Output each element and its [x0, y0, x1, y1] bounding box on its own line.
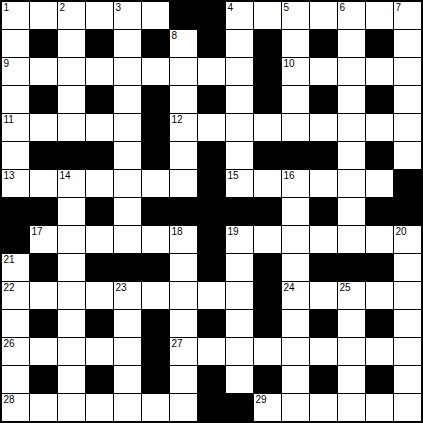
- answer-cell[interactable]: [58, 30, 85, 57]
- answer-cell[interactable]: 9: [2, 58, 29, 85]
- answer-cell[interactable]: [114, 338, 141, 365]
- answer-cell[interactable]: [282, 310, 309, 337]
- answer-cell[interactable]: 20: [394, 226, 421, 253]
- answer-cell[interactable]: [254, 2, 281, 29]
- block-cell: [198, 30, 225, 57]
- answer-cell[interactable]: [2, 310, 29, 337]
- answer-cell[interactable]: [86, 170, 113, 197]
- answer-cell[interactable]: [58, 282, 85, 309]
- answer-cell[interactable]: [58, 114, 85, 141]
- clue-number: 25: [340, 282, 351, 293]
- answer-cell[interactable]: [86, 338, 113, 365]
- answer-cell[interactable]: [58, 226, 85, 253]
- answer-cell[interactable]: [58, 338, 85, 365]
- answer-cell[interactable]: [170, 170, 197, 197]
- clue-number: 17: [32, 226, 43, 237]
- block-cell: [366, 30, 393, 57]
- block-cell: [198, 170, 225, 197]
- answer-cell[interactable]: 13: [2, 170, 29, 197]
- clue-number: 23: [116, 282, 127, 293]
- answer-cell[interactable]: [338, 366, 365, 393]
- block-cell: [142, 142, 169, 169]
- block-cell: [198, 254, 225, 281]
- answer-cell[interactable]: [170, 254, 197, 281]
- answer-cell[interactable]: [170, 86, 197, 113]
- clue-number: 21: [4, 254, 15, 265]
- answer-cell[interactable]: [282, 338, 309, 365]
- block-cell: [86, 30, 113, 57]
- clue-number: 26: [4, 338, 15, 349]
- clue-number: 14: [60, 170, 71, 181]
- answer-cell[interactable]: [226, 310, 253, 337]
- answer-cell[interactable]: [2, 366, 29, 393]
- answer-cell[interactable]: 7: [394, 2, 421, 29]
- block-cell: [142, 366, 169, 393]
- answer-cell[interactable]: [282, 86, 309, 113]
- answer-cell[interactable]: [198, 282, 225, 309]
- answer-cell[interactable]: 19: [226, 226, 253, 253]
- answer-cell[interactable]: 15: [226, 170, 253, 197]
- block-cell: [310, 310, 337, 337]
- answer-cell[interactable]: [198, 338, 225, 365]
- block-cell: [86, 142, 113, 169]
- answer-cell[interactable]: [58, 58, 85, 85]
- block-cell: [2, 226, 29, 253]
- answer-cell[interactable]: [338, 142, 365, 169]
- block-cell: [226, 198, 253, 225]
- answer-cell[interactable]: [282, 366, 309, 393]
- answer-cell[interactable]: [282, 254, 309, 281]
- answer-cell[interactable]: [338, 58, 365, 85]
- answer-cell[interactable]: [310, 58, 337, 85]
- block-cell: [254, 198, 281, 225]
- answer-cell[interactable]: [114, 310, 141, 337]
- answer-cell[interactable]: [170, 394, 197, 421]
- answer-cell[interactable]: [86, 58, 113, 85]
- block-cell: [30, 30, 57, 57]
- answer-cell[interactable]: [114, 58, 141, 85]
- block-cell: [366, 366, 393, 393]
- block-cell: [86, 254, 113, 281]
- answer-cell[interactable]: [198, 114, 225, 141]
- answer-cell[interactable]: [2, 86, 29, 113]
- answer-cell[interactable]: [142, 58, 169, 85]
- clue-number: 4: [228, 2, 234, 13]
- answer-cell[interactable]: [338, 394, 365, 421]
- answer-cell[interactable]: 17: [30, 226, 57, 253]
- answer-cell[interactable]: [114, 142, 141, 169]
- answer-cell[interactable]: 24: [282, 282, 309, 309]
- block-cell: [198, 310, 225, 337]
- answer-cell[interactable]: [394, 310, 421, 337]
- clue-number: 8: [172, 30, 178, 41]
- answer-cell[interactable]: [254, 226, 281, 253]
- clue-number: 27: [172, 338, 183, 349]
- block-cell: [366, 198, 393, 225]
- answer-cell[interactable]: [114, 226, 141, 253]
- answer-cell[interactable]: [30, 170, 57, 197]
- answer-cell[interactable]: [394, 338, 421, 365]
- block-cell: [198, 366, 225, 393]
- answer-cell[interactable]: [366, 394, 393, 421]
- answer-cell[interactable]: 27: [170, 338, 197, 365]
- block-cell: [254, 30, 281, 57]
- answer-cell[interactable]: [30, 394, 57, 421]
- answer-cell[interactable]: [30, 2, 57, 29]
- answer-cell[interactable]: [114, 86, 141, 113]
- answer-cell[interactable]: [338, 226, 365, 253]
- answer-cell[interactable]: [86, 394, 113, 421]
- block-cell: [86, 310, 113, 337]
- answer-cell[interactable]: [58, 86, 85, 113]
- block-cell: [30, 198, 57, 225]
- answer-cell[interactable]: [394, 114, 421, 141]
- answer-cell[interactable]: [142, 226, 169, 253]
- answer-cell[interactable]: 12: [170, 114, 197, 141]
- block-cell: [198, 142, 225, 169]
- block-cell: [310, 30, 337, 57]
- answer-cell[interactable]: [338, 338, 365, 365]
- clue-number: 18: [172, 226, 183, 237]
- block-cell: [254, 310, 281, 337]
- clue-number: 15: [228, 170, 239, 181]
- clue-number: 6: [340, 2, 346, 13]
- block-cell: [30, 366, 57, 393]
- answer-cell[interactable]: [86, 114, 113, 141]
- answer-cell[interactable]: 1: [2, 2, 29, 29]
- answer-cell[interactable]: [170, 366, 197, 393]
- block-cell: [170, 198, 197, 225]
- answer-cell[interactable]: [226, 30, 253, 57]
- clue-number: 16: [284, 170, 295, 181]
- answer-cell[interactable]: [366, 58, 393, 85]
- block-cell: [310, 254, 337, 281]
- answer-cell[interactable]: 3: [114, 2, 141, 29]
- block-cell: [226, 394, 253, 421]
- answer-cell[interactable]: [58, 394, 85, 421]
- block-cell: [2, 198, 29, 225]
- answer-cell[interactable]: [226, 366, 253, 393]
- answer-cell[interactable]: [282, 394, 309, 421]
- block-cell: [254, 366, 281, 393]
- answer-cell[interactable]: [58, 198, 85, 225]
- answer-cell[interactable]: [282, 198, 309, 225]
- answer-cell[interactable]: [394, 142, 421, 169]
- block-cell: [254, 282, 281, 309]
- answer-cell[interactable]: [394, 394, 421, 421]
- clue-number: 28: [4, 394, 15, 405]
- answer-cell[interactable]: [58, 254, 85, 281]
- block-cell: [198, 394, 225, 421]
- block-cell: [366, 86, 393, 113]
- answer-cell[interactable]: [226, 338, 253, 365]
- answer-cell[interactable]: [254, 170, 281, 197]
- crossword-board: 1234567891011121314151617181920212223242…: [0, 0, 423, 423]
- answer-cell[interactable]: [114, 198, 141, 225]
- answer-cell[interactable]: [394, 366, 421, 393]
- answer-cell[interactable]: [226, 254, 253, 281]
- block-cell: [338, 254, 365, 281]
- answer-cell[interactable]: 8: [170, 30, 197, 57]
- answer-cell[interactable]: [366, 226, 393, 253]
- clue-number: 3: [116, 2, 122, 13]
- answer-cell[interactable]: [114, 170, 141, 197]
- answer-cell[interactable]: [310, 338, 337, 365]
- answer-cell[interactable]: [338, 170, 365, 197]
- block-cell: [114, 254, 141, 281]
- block-cell: [310, 86, 337, 113]
- block-cell: [142, 338, 169, 365]
- clue-number: 10: [284, 58, 295, 69]
- answer-cell[interactable]: 29: [254, 394, 281, 421]
- answer-cell[interactable]: 18: [170, 226, 197, 253]
- block-cell: [30, 142, 57, 169]
- answer-cell[interactable]: 25: [338, 282, 365, 309]
- block-cell: [366, 254, 393, 281]
- answer-cell[interactable]: [394, 254, 421, 281]
- block-cell: [366, 310, 393, 337]
- answer-cell[interactable]: [310, 226, 337, 253]
- answer-cell[interactable]: [170, 282, 197, 309]
- answer-cell[interactable]: [366, 170, 393, 197]
- answer-cell[interactable]: [254, 338, 281, 365]
- clue-number: 24: [284, 282, 295, 293]
- clue-number: 29: [256, 394, 267, 405]
- answer-cell[interactable]: [86, 282, 113, 309]
- block-cell: [142, 198, 169, 225]
- answer-cell[interactable]: [366, 114, 393, 141]
- answer-cell[interactable]: [394, 86, 421, 113]
- answer-cell[interactable]: [310, 170, 337, 197]
- block-cell: [310, 366, 337, 393]
- block-cell: [86, 86, 113, 113]
- clue-number: 13: [4, 170, 15, 181]
- answer-cell[interactable]: [226, 86, 253, 113]
- answer-cell[interactable]: [366, 2, 393, 29]
- answer-cell[interactable]: [254, 114, 281, 141]
- answer-cell[interactable]: [30, 58, 57, 85]
- answer-cell[interactable]: [282, 114, 309, 141]
- answer-cell[interactable]: [338, 86, 365, 113]
- block-cell: [198, 226, 225, 253]
- answer-cell[interactable]: [114, 114, 141, 141]
- answer-cell[interactable]: [86, 2, 113, 29]
- answer-cell[interactable]: [30, 282, 57, 309]
- answer-cell[interactable]: [226, 114, 253, 141]
- block-cell: [58, 142, 85, 169]
- answer-cell[interactable]: 16: [282, 170, 309, 197]
- block-cell: [142, 254, 169, 281]
- answer-cell[interactable]: [394, 30, 421, 57]
- block-cell: [86, 198, 113, 225]
- answer-cell[interactable]: [58, 366, 85, 393]
- block-cell: [142, 114, 169, 141]
- answer-cell[interactable]: [170, 310, 197, 337]
- answer-cell[interactable]: [114, 394, 141, 421]
- block-cell: [198, 198, 225, 225]
- block-cell: [254, 142, 281, 169]
- answer-cell[interactable]: 28: [2, 394, 29, 421]
- answer-cell[interactable]: [30, 338, 57, 365]
- answer-cell[interactable]: [2, 30, 29, 57]
- answer-cell[interactable]: 10: [282, 58, 309, 85]
- answer-cell[interactable]: [226, 58, 253, 85]
- block-cell: [30, 86, 57, 113]
- block-cell: [142, 30, 169, 57]
- block-cell: [254, 254, 281, 281]
- answer-cell[interactable]: [310, 282, 337, 309]
- answer-cell[interactable]: 23: [114, 282, 141, 309]
- answer-cell[interactable]: 22: [2, 282, 29, 309]
- answer-cell[interactable]: [142, 282, 169, 309]
- clue-number: 5: [284, 2, 290, 13]
- block-cell: [394, 198, 421, 225]
- answer-cell[interactable]: [366, 338, 393, 365]
- block-cell: [30, 254, 57, 281]
- answer-cell[interactable]: [114, 366, 141, 393]
- answer-cell[interactable]: [58, 310, 85, 337]
- answer-cell[interactable]: 14: [58, 170, 85, 197]
- answer-cell[interactable]: [198, 58, 225, 85]
- answer-cell[interactable]: [338, 198, 365, 225]
- answer-cell[interactable]: [310, 2, 337, 29]
- block-cell: [86, 366, 113, 393]
- answer-cell[interactable]: [366, 282, 393, 309]
- clue-number: 9: [4, 58, 10, 69]
- answer-cell[interactable]: 21: [2, 254, 29, 281]
- block-cell: [310, 198, 337, 225]
- answer-cell[interactable]: [114, 30, 141, 57]
- clue-number: 1: [4, 2, 10, 13]
- block-cell: [198, 86, 225, 113]
- answer-cell[interactable]: [86, 226, 113, 253]
- answer-cell[interactable]: [142, 394, 169, 421]
- block-cell: [198, 2, 225, 29]
- answer-cell[interactable]: 2: [58, 2, 85, 29]
- clue-number: 20: [396, 226, 407, 237]
- clue-number: 2: [60, 2, 66, 13]
- answer-cell[interactable]: [2, 142, 29, 169]
- answer-cell[interactable]: [170, 142, 197, 169]
- answer-cell[interactable]: [282, 30, 309, 57]
- answer-cell[interactable]: 5: [282, 2, 309, 29]
- answer-cell[interactable]: [30, 114, 57, 141]
- block-cell: [254, 86, 281, 113]
- answer-cell[interactable]: [338, 30, 365, 57]
- answer-cell[interactable]: 26: [2, 338, 29, 365]
- block-cell: [30, 310, 57, 337]
- clue-number: 19: [228, 226, 239, 237]
- answer-cell[interactable]: [394, 58, 421, 85]
- answer-cell[interactable]: [226, 142, 253, 169]
- answer-cell[interactable]: 4: [226, 2, 253, 29]
- answer-cell[interactable]: [282, 226, 309, 253]
- block-cell: [142, 86, 169, 113]
- block-cell: [366, 142, 393, 169]
- block-cell: [310, 142, 337, 169]
- answer-cell[interactable]: [338, 310, 365, 337]
- answer-cell[interactable]: [142, 170, 169, 197]
- block-cell: [170, 2, 197, 29]
- block-cell: [394, 170, 421, 197]
- clue-number: 11: [4, 114, 14, 125]
- answer-cell[interactable]: [170, 58, 197, 85]
- clue-number: 22: [4, 282, 15, 293]
- block-cell: [282, 142, 309, 169]
- answer-cell[interactable]: [310, 114, 337, 141]
- clue-number: 7: [396, 2, 402, 13]
- answer-cell[interactable]: 6: [338, 2, 365, 29]
- answer-cell[interactable]: [394, 282, 421, 309]
- block-cell: [142, 310, 169, 337]
- answer-cell[interactable]: 11: [2, 114, 29, 141]
- answer-cell[interactable]: [226, 282, 253, 309]
- block-cell: [254, 58, 281, 85]
- answer-cell[interactable]: [310, 394, 337, 421]
- answer-cell[interactable]: [142, 2, 169, 29]
- answer-cell[interactable]: [338, 114, 365, 141]
- clue-number: 12: [172, 114, 183, 125]
